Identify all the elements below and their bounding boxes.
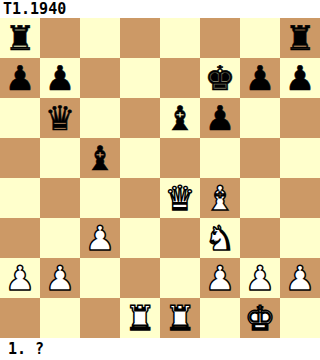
piece-white-pawn: ♟ — [205, 258, 235, 298]
square-e1[interactable]: ♜ — [160, 298, 200, 338]
piece-black-queen: ♛ — [45, 98, 75, 138]
square-e2[interactable] — [160, 258, 200, 298]
square-g7[interactable]: ♟ — [240, 58, 280, 98]
square-c3[interactable]: ♟ — [80, 218, 120, 258]
square-e4[interactable]: ♛ — [160, 178, 200, 218]
square-e5[interactable] — [160, 138, 200, 178]
square-d1[interactable]: ♜ — [120, 298, 160, 338]
square-f8[interactable] — [200, 18, 240, 58]
square-g2[interactable]: ♟ — [240, 258, 280, 298]
square-d7[interactable] — [120, 58, 160, 98]
square-h3[interactable] — [280, 218, 320, 258]
piece-white-rook: ♜ — [125, 298, 155, 338]
square-a2[interactable]: ♟ — [0, 258, 40, 298]
square-b3[interactable] — [40, 218, 80, 258]
square-a4[interactable] — [0, 178, 40, 218]
puzzle-title: T1.1940 — [0, 0, 320, 18]
square-d2[interactable] — [120, 258, 160, 298]
piece-white-bishop: ♝ — [205, 178, 235, 218]
square-b2[interactable]: ♟ — [40, 258, 80, 298]
square-c6[interactable] — [80, 98, 120, 138]
square-b5[interactable] — [40, 138, 80, 178]
square-c4[interactable] — [80, 178, 120, 218]
square-c7[interactable] — [80, 58, 120, 98]
square-g3[interactable] — [240, 218, 280, 258]
piece-white-pawn: ♟ — [85, 218, 115, 258]
square-c1[interactable] — [80, 298, 120, 338]
square-c5[interactable]: ♝ — [80, 138, 120, 178]
square-a7[interactable]: ♟ — [0, 58, 40, 98]
square-h5[interactable] — [280, 138, 320, 178]
square-h8[interactable]: ♜ — [280, 18, 320, 58]
square-d6[interactable] — [120, 98, 160, 138]
square-d4[interactable] — [120, 178, 160, 218]
piece-white-pawn: ♟ — [285, 258, 315, 298]
piece-black-pawn: ♟ — [5, 58, 35, 98]
piece-black-pawn: ♟ — [205, 98, 235, 138]
square-e3[interactable] — [160, 218, 200, 258]
square-f2[interactable]: ♟ — [200, 258, 240, 298]
piece-black-pawn: ♟ — [45, 58, 75, 98]
square-d5[interactable] — [120, 138, 160, 178]
square-a8[interactable]: ♜ — [0, 18, 40, 58]
square-b8[interactable] — [40, 18, 80, 58]
square-h4[interactable] — [280, 178, 320, 218]
square-f5[interactable] — [200, 138, 240, 178]
square-f3[interactable]: ♞ — [200, 218, 240, 258]
square-h2[interactable]: ♟ — [280, 258, 320, 298]
square-b1[interactable] — [40, 298, 80, 338]
piece-black-rook: ♜ — [285, 18, 315, 58]
piece-black-rook: ♜ — [5, 18, 35, 58]
piece-black-king: ♚ — [205, 58, 235, 98]
piece-white-pawn: ♟ — [5, 258, 35, 298]
square-e8[interactable] — [160, 18, 200, 58]
square-g8[interactable] — [240, 18, 280, 58]
piece-white-pawn: ♟ — [245, 258, 275, 298]
square-h7[interactable]: ♟ — [280, 58, 320, 98]
square-h6[interactable] — [280, 98, 320, 138]
square-a5[interactable] — [0, 138, 40, 178]
square-d3[interactable] — [120, 218, 160, 258]
square-d8[interactable] — [120, 18, 160, 58]
square-f4[interactable]: ♝ — [200, 178, 240, 218]
square-b7[interactable]: ♟ — [40, 58, 80, 98]
move-prompt: 1. ? — [0, 338, 320, 360]
square-f7[interactable]: ♚ — [200, 58, 240, 98]
square-b4[interactable] — [40, 178, 80, 218]
piece-white-knight: ♞ — [205, 218, 235, 258]
square-g4[interactable] — [240, 178, 280, 218]
square-a1[interactable] — [0, 298, 40, 338]
piece-black-pawn: ♟ — [285, 58, 315, 98]
square-b6[interactable]: ♛ — [40, 98, 80, 138]
square-f6[interactable]: ♟ — [200, 98, 240, 138]
square-g5[interactable] — [240, 138, 280, 178]
piece-white-queen: ♛ — [165, 178, 195, 218]
square-e7[interactable] — [160, 58, 200, 98]
piece-white-rook: ♜ — [165, 298, 195, 338]
square-f1[interactable] — [200, 298, 240, 338]
piece-white-king: ♚ — [245, 298, 275, 338]
piece-black-bishop: ♝ — [165, 98, 195, 138]
square-a3[interactable] — [0, 218, 40, 258]
square-g6[interactable] — [240, 98, 280, 138]
square-c2[interactable] — [80, 258, 120, 298]
piece-black-bishop: ♝ — [85, 138, 115, 178]
square-g1[interactable]: ♚ — [240, 298, 280, 338]
square-c8[interactable] — [80, 18, 120, 58]
square-h1[interactable] — [280, 298, 320, 338]
piece-white-pawn: ♟ — [45, 258, 75, 298]
square-a6[interactable] — [0, 98, 40, 138]
piece-black-pawn: ♟ — [245, 58, 275, 98]
square-e6[interactable]: ♝ — [160, 98, 200, 138]
chess-board: ♜♜♟♟♚♟♟♛♝♟♝♛♝♟♞♟♟♟♟♟♜♜♚ — [0, 18, 320, 338]
